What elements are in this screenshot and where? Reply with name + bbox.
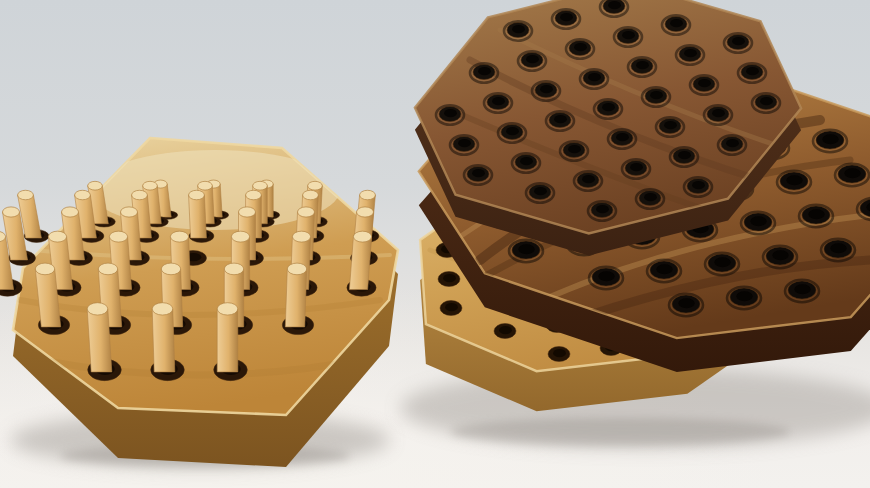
empty-hole: [560, 141, 588, 160]
peg[interactable]: [217, 303, 238, 372]
empty-hole: [777, 171, 811, 193]
empty-hole: [656, 117, 684, 136]
empty-hole: [684, 177, 712, 196]
peg[interactable]: [189, 190, 207, 238]
empty-hole: [494, 324, 516, 339]
empty-hole: [440, 301, 462, 316]
empty-hole: [546, 111, 574, 130]
empty-hole: [813, 130, 847, 152]
empty-hole: [594, 99, 622, 118]
empty-hole: [566, 39, 594, 58]
empty-hole: [738, 63, 766, 82]
empty-hole: [718, 135, 746, 154]
empty-hole: [647, 260, 681, 282]
empty-hole: [589, 267, 623, 289]
empty-hole: [727, 287, 761, 309]
empty-hole: [608, 129, 636, 148]
empty-hole: [676, 45, 704, 64]
empty-hole: [642, 87, 670, 106]
empty-hole: [532, 81, 560, 100]
left-solitaire-board: [0, 138, 398, 467]
empty-hole: [436, 105, 464, 124]
empty-hole: [470, 63, 498, 82]
empty-hole: [724, 33, 752, 52]
empty-hole: [518, 51, 546, 70]
peg[interactable]: [285, 263, 306, 327]
empty-hole: [662, 15, 690, 34]
empty-hole: [438, 272, 460, 287]
empty-hole: [588, 201, 616, 220]
empty-hole: [670, 147, 698, 166]
empty-hole: [636, 189, 664, 208]
empty-hole: [580, 69, 608, 88]
empty-hole: [705, 253, 739, 275]
empty-hole: [512, 153, 540, 172]
empty-hole: [785, 280, 819, 302]
empty-hole: [669, 294, 703, 316]
empty-hole: [498, 123, 526, 142]
peg[interactable]: [87, 303, 112, 372]
empty-hole: [464, 165, 492, 184]
empty-hole: [690, 75, 718, 94]
empty-hole: [628, 57, 656, 76]
empty-hole: [552, 9, 580, 28]
empty-hole: [450, 135, 478, 154]
photo-scene-peg-solitaire: [0, 0, 870, 488]
empty-hole: [799, 205, 833, 227]
empty-hole: [622, 159, 650, 178]
empty-hole: [704, 105, 732, 124]
empty-hole: [821, 239, 855, 261]
empty-hole: [574, 171, 602, 190]
empty-hole: [509, 240, 543, 262]
empty-hole: [835, 164, 869, 186]
empty-hole: [752, 93, 780, 112]
empty-hole: [741, 212, 775, 234]
empty-hole: [526, 183, 554, 202]
empty-hole: [763, 246, 797, 268]
peg[interactable]: [152, 303, 175, 372]
empty-hole: [548, 347, 570, 362]
empty-hole: [484, 93, 512, 112]
empty-hole: [504, 21, 532, 40]
empty-hole: [614, 27, 642, 46]
